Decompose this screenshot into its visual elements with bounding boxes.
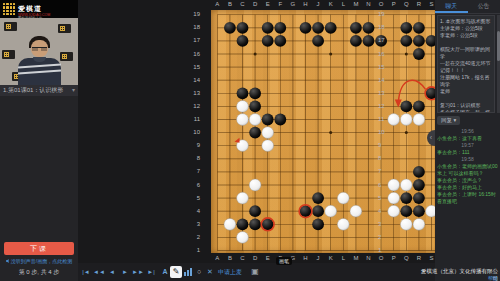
lesson-selector[interactable]: 1.第01课01：认识棋形 ▾ bbox=[0, 85, 78, 96]
row-label-left: 16 bbox=[190, 51, 200, 57]
white-stone-P5 bbox=[388, 192, 400, 204]
row-label-right: 15 bbox=[378, 64, 388, 70]
playback-fast-forward-button[interactable]: ►► bbox=[132, 266, 144, 278]
col-label-bottom: Q bbox=[401, 255, 411, 261]
row-label-left: 17 bbox=[190, 37, 200, 43]
row-label-right: 9 bbox=[378, 142, 388, 148]
sidebar: 爱棋道 WWW.IQIDAO.COM 围棋更好的人生 1.第01课01：认识棋形… bbox=[0, 0, 78, 281]
col-label-top: D bbox=[250, 1, 260, 7]
row-label-right: 11 bbox=[378, 116, 388, 122]
red-arrow-annotation bbox=[398, 80, 425, 102]
black-stone-C17 bbox=[237, 35, 249, 47]
raise-hand-button[interactable]: 申请上麦 bbox=[218, 266, 242, 278]
col-label-bottom: B bbox=[225, 255, 235, 261]
black-stone-J4 bbox=[312, 205, 324, 217]
instructor-video[interactable] bbox=[0, 18, 78, 85]
row-label-left: 8 bbox=[190, 155, 200, 161]
col-label-bottom: L bbox=[338, 255, 348, 261]
playback-first-button[interactable]: |◄ bbox=[80, 266, 92, 278]
row-label-left: 9 bbox=[190, 142, 200, 148]
row-label-left: 12 bbox=[190, 103, 200, 109]
black-stone-F18 bbox=[274, 22, 286, 34]
row-label-right: 10 bbox=[378, 129, 388, 135]
row-label-right: 16 bbox=[378, 51, 388, 57]
col-label-top: E bbox=[263, 1, 273, 7]
col-label-bottom: M bbox=[351, 255, 361, 261]
chat-message: 事去会员：上课时 16:15时 看直播吧 bbox=[437, 191, 498, 205]
white-stone-R3 bbox=[413, 218, 425, 230]
pen-tool-button[interactable]: ✎ bbox=[170, 266, 182, 278]
step-status: 第 0 步, 共 4 步 bbox=[0, 268, 78, 277]
col-label-top: R bbox=[414, 1, 424, 7]
announcement-line: 老师 bbox=[440, 88, 492, 95]
col-label-top: B bbox=[225, 1, 235, 7]
white-stone-P6 bbox=[388, 179, 400, 191]
row-label-right: 14 bbox=[378, 77, 388, 83]
col-label-top: K bbox=[326, 1, 336, 7]
announcement-line bbox=[440, 39, 492, 46]
announcement-line: 一起在交流40道元环节 bbox=[440, 60, 492, 67]
white-stone-Q11 bbox=[400, 114, 412, 126]
tool-tooltip: 画笔 bbox=[276, 257, 292, 265]
row-label-left: 15 bbox=[190, 64, 200, 70]
white-stone-M4 bbox=[350, 205, 362, 217]
row-label-left: 19 bbox=[190, 11, 200, 17]
col-label-top: J bbox=[313, 1, 323, 7]
announcement-line bbox=[440, 95, 492, 102]
white-stone-L3 bbox=[337, 218, 349, 230]
col-label-bottom: C bbox=[238, 255, 248, 261]
col-label-bottom: O bbox=[376, 255, 386, 261]
col-label-bottom: E bbox=[263, 255, 273, 261]
black-stone-R16 bbox=[413, 48, 425, 60]
end-class-button[interactable]: 下课 bbox=[4, 242, 74, 255]
chat-message: 事去会员：好的马上 bbox=[437, 184, 498, 191]
black-stone-F11 bbox=[274, 114, 286, 126]
white-stone-C2 bbox=[237, 232, 249, 244]
chat-message: 事去会员：没声么？ bbox=[437, 177, 498, 184]
black-stone-H18 bbox=[300, 22, 312, 34]
col-label-top: M bbox=[351, 1, 361, 7]
black-stone-J5 bbox=[312, 192, 324, 204]
chat-timestamp: 19:58 bbox=[437, 156, 498, 163]
black-stone-R12 bbox=[413, 101, 425, 113]
row-label-right: 17 bbox=[378, 37, 388, 43]
row-label-left: 7 bbox=[190, 168, 200, 174]
row-label-right: 3 bbox=[378, 221, 388, 227]
col-label-bottom: R bbox=[414, 255, 424, 261]
col-label-top: P bbox=[389, 1, 399, 7]
white-stone-Q6 bbox=[400, 179, 412, 191]
chevron-down-icon: ▾ bbox=[72, 85, 75, 96]
row-label-right: 13 bbox=[378, 90, 388, 96]
chat-timestamp: 19:57 bbox=[437, 142, 498, 149]
chat-messages[interactable]: 19:56小鱼会员：这下再看19:57事去会员：11119:58小鱼会员：老师的… bbox=[437, 128, 498, 264]
white-stone-C11 bbox=[237, 114, 249, 126]
help-link[interactable]: 帮助 bbox=[488, 275, 498, 281]
white-stone-E10 bbox=[262, 127, 274, 139]
black-stone-J18 bbox=[312, 22, 324, 34]
black-stone-J17 bbox=[312, 35, 324, 47]
black-stone-D12 bbox=[249, 101, 261, 113]
white-stone-E9 bbox=[262, 140, 274, 152]
black-stone-Q4 bbox=[400, 205, 412, 217]
black-stone-R7 bbox=[413, 166, 425, 178]
fullscreen-button[interactable]: ▣ bbox=[250, 266, 260, 278]
col-label-bottom: K bbox=[326, 255, 336, 261]
col-label-bottom: D bbox=[250, 255, 260, 261]
row-label-left: 3 bbox=[190, 221, 200, 227]
black-stone-Q12 bbox=[400, 101, 412, 113]
black-stone-R4 bbox=[413, 205, 425, 217]
col-label-bottom: A bbox=[212, 255, 222, 261]
row-label-right: 19 bbox=[378, 11, 388, 17]
shape-tool-button[interactable]: ○ bbox=[194, 266, 204, 278]
white-stone-P11 bbox=[388, 114, 400, 126]
black-stone-Q17 bbox=[400, 35, 412, 47]
col-label-top: H bbox=[301, 1, 311, 7]
row-label-right: 4 bbox=[378, 208, 388, 214]
text-tool-button[interactable]: A bbox=[160, 266, 170, 278]
row-label-right: 2 bbox=[378, 234, 388, 240]
playback-last-button[interactable]: ►| bbox=[145, 266, 157, 278]
announcement-line: 复习01：认识棋形 bbox=[440, 102, 492, 109]
black-stone-D3 bbox=[249, 218, 261, 230]
col-label-top: G bbox=[288, 1, 298, 7]
chat-message: 小鱼会员：老师的画面试00米上 可以这样看吗？ bbox=[437, 163, 498, 177]
black-stone-F17 bbox=[274, 35, 286, 47]
col-label-bottom: P bbox=[389, 255, 399, 261]
black-stone-Q18 bbox=[400, 22, 412, 34]
announcement-line: 主讲老师：公治5段 bbox=[440, 25, 492, 32]
black-stone-N17 bbox=[363, 35, 375, 47]
chat-panel: ‹ 聊天 公告 1. 本次图形与战术图形主讲老师：公治5段李老师：公治5段 棋院… bbox=[435, 0, 500, 281]
announcement-line: 多个棋子团在一起，棋子 bbox=[440, 109, 492, 113]
black-stone-N18 bbox=[363, 22, 375, 34]
white-stone-Q3 bbox=[400, 218, 412, 230]
col-label-top: L bbox=[338, 1, 348, 7]
black-stone-R17 bbox=[413, 35, 425, 47]
clear-marks-button[interactable]: ✕ bbox=[205, 266, 215, 278]
red-triangle-mark-C9 bbox=[235, 138, 240, 143]
white-stone-C12 bbox=[237, 101, 249, 113]
speaker-icon bbox=[6, 259, 10, 263]
col-label-bottom: H bbox=[301, 255, 311, 261]
row-label-right: 5 bbox=[378, 195, 388, 201]
black-stone-R18 bbox=[413, 22, 425, 34]
black-stone-B18 bbox=[224, 22, 236, 34]
col-label-bottom: N bbox=[364, 255, 374, 261]
row-label-right: 8 bbox=[378, 155, 388, 161]
playback-back-button[interactable]: ◄ bbox=[106, 266, 118, 278]
audio-check-link[interactable]: 没听到声音/画面，点此检测 bbox=[0, 258, 78, 264]
tab-chat[interactable]: 聊天 bbox=[435, 0, 468, 13]
chart-tool-button[interactable] bbox=[184, 268, 192, 276]
company-watermark: 爱棋道（北京）文化传播有限公司 bbox=[418, 268, 498, 281]
black-stone-R5 bbox=[413, 192, 425, 204]
row-label-left: 4 bbox=[190, 208, 200, 214]
black-stone-E11 bbox=[262, 114, 274, 126]
announcement-line: 1. 本次图形与战术图形 bbox=[440, 18, 492, 25]
black-stone-J3 bbox=[312, 218, 324, 230]
col-label-top: O bbox=[376, 1, 386, 7]
white-stone-D6 bbox=[249, 179, 261, 191]
white-stone-R11 bbox=[413, 114, 425, 126]
row-label-right: 1 bbox=[378, 247, 388, 253]
goban-stones[interactable] bbox=[211, 10, 452, 253]
logo-bar: 爱棋道 WWW.IQIDAO.COM 围棋更好的人生 bbox=[0, 0, 78, 18]
black-stone-C18 bbox=[237, 22, 249, 34]
announcement-line: 李老师：公治5段 bbox=[440, 32, 492, 39]
announcement-box[interactable]: 1. 本次图形与战术图形主讲老师：公治5段李老师：公治5段 棋院大厅一同听课的同… bbox=[437, 15, 495, 113]
row-label-left: 13 bbox=[190, 90, 200, 96]
col-label-top: F bbox=[275, 1, 285, 7]
chat-message: 小鱼会员：这下再看 bbox=[437, 135, 498, 142]
black-stone-R6 bbox=[413, 179, 425, 191]
tab-announcement[interactable]: 公告 bbox=[468, 0, 500, 13]
white-stone-C5 bbox=[237, 192, 249, 204]
black-stone-Q5 bbox=[400, 192, 412, 204]
chat-message: 事去会员：111 bbox=[437, 149, 498, 156]
lesson-title: 1.第01课01：认识棋形 bbox=[3, 87, 63, 93]
col-label-top: A bbox=[212, 1, 222, 7]
black-stone-D10 bbox=[249, 127, 261, 139]
reply-dropdown[interactable]: 回复 ▾ bbox=[437, 116, 460, 125]
black-stone-D13 bbox=[249, 87, 261, 99]
row-label-left: 18 bbox=[190, 24, 200, 30]
go-class-app: 爱棋道 WWW.IQIDAO.COM 围棋更好的人生 1.第01课01：认识棋形… bbox=[0, 0, 500, 281]
row-label-right: 6 bbox=[378, 182, 388, 188]
brand-logo-icon bbox=[3, 3, 15, 15]
black-stone-C3 bbox=[237, 218, 249, 230]
glasses bbox=[32, 47, 47, 51]
playback-forward-button[interactable]: ► bbox=[119, 266, 131, 278]
row-label-right: 18 bbox=[378, 24, 388, 30]
announcement-line: 记得！！！ bbox=[440, 67, 492, 74]
row-label-left: 10 bbox=[190, 129, 200, 135]
brand-title: 爱棋道 bbox=[18, 5, 42, 12]
announcement-line: 注册网站 17k，报名咨询学 bbox=[440, 74, 492, 88]
row-label-left: 11 bbox=[190, 116, 200, 122]
announcement-line: 棋院大厅一同听课的同学 bbox=[440, 46, 492, 60]
col-label-top: N bbox=[364, 1, 374, 7]
row-label-left: 5 bbox=[190, 195, 200, 201]
col-label-bottom: J bbox=[313, 255, 323, 261]
white-stone-D11 bbox=[249, 114, 261, 126]
black-stone-D4 bbox=[249, 205, 261, 217]
playback-fast-back-button[interactable]: ◄◄ bbox=[93, 266, 105, 278]
black-stone-K18 bbox=[325, 22, 337, 34]
row-label-right: 7 bbox=[378, 168, 388, 174]
black-stone-M18 bbox=[350, 22, 362, 34]
row-label-left: 6 bbox=[190, 182, 200, 188]
white-stone-B3 bbox=[224, 218, 236, 230]
row-label-left: 1 bbox=[190, 247, 200, 253]
black-stone-E18 bbox=[262, 22, 274, 34]
black-stone-E17 bbox=[262, 35, 274, 47]
white-stone-L5 bbox=[337, 192, 349, 204]
row-label-left: 14 bbox=[190, 77, 200, 83]
black-stone-M17 bbox=[350, 35, 362, 47]
row-label-left: 2 bbox=[190, 234, 200, 240]
row-label-right: 12 bbox=[378, 103, 388, 109]
col-label-top: C bbox=[238, 1, 248, 7]
white-stone-P4 bbox=[388, 205, 400, 217]
col-label-top: Q bbox=[401, 1, 411, 7]
chat-timestamp: 19:56 bbox=[437, 128, 498, 135]
white-stone-K4 bbox=[325, 205, 337, 217]
black-stone-C13 bbox=[237, 87, 249, 99]
